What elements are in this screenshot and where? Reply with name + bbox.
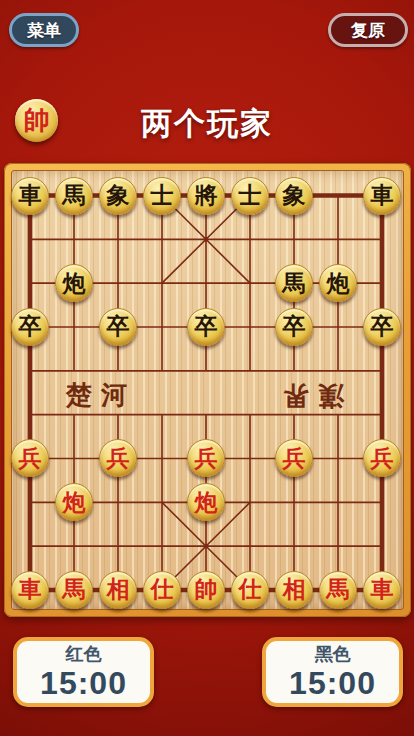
piece-black-chariot[interactable]: 車: [363, 177, 401, 215]
piece-black-elephant[interactable]: 象: [99, 177, 137, 215]
red-timer-panel: 红色 15:00: [13, 637, 154, 707]
menu-button[interactable]: 菜单: [9, 13, 79, 47]
red-timer-label: 红色: [66, 645, 102, 665]
page-title: 两个玩家: [0, 103, 414, 145]
piece-black-horse[interactable]: 馬: [55, 177, 93, 215]
black-timer-panel: 黑色 15:00: [262, 637, 403, 707]
xiangqi-board: 楚河 漢界 車馬象士將士象車炮馬炮卒卒卒卒卒兵兵兵兵兵炮炮車馬相仕帥仕相馬車: [4, 163, 411, 617]
red-timer-value: 15:00: [40, 667, 127, 699]
piece-black-advisor[interactable]: 士: [231, 177, 269, 215]
black-timer-value: 15:00: [289, 667, 376, 699]
piece-black-soldier[interactable]: 卒: [187, 308, 225, 346]
river-label-left: 楚河: [66, 378, 136, 413]
piece-red-horse[interactable]: 馬: [319, 571, 357, 609]
piece-red-advisor[interactable]: 仕: [231, 571, 269, 609]
piece-red-horse[interactable]: 馬: [55, 571, 93, 609]
piece-black-cannon[interactable]: 炮: [55, 264, 93, 302]
piece-red-chariot[interactable]: 車: [11, 571, 49, 609]
piece-red-general[interactable]: 帥: [187, 571, 225, 609]
piece-black-soldier[interactable]: 卒: [363, 308, 401, 346]
piece-black-soldier[interactable]: 卒: [99, 308, 137, 346]
piece-black-chariot[interactable]: 車: [11, 177, 49, 215]
black-timer-label: 黑色: [315, 645, 351, 665]
piece-black-advisor[interactable]: 士: [143, 177, 181, 215]
app-screen: 菜单 复原 帥 两个玩家 楚河 漢界 車馬象士將士象車炮馬炮卒卒卒卒卒兵兵兵兵兵…: [0, 0, 414, 736]
piece-black-elephant[interactable]: 象: [275, 177, 313, 215]
piece-black-horse[interactable]: 馬: [275, 264, 313, 302]
piece-red-elephant[interactable]: 相: [275, 571, 313, 609]
reset-button[interactable]: 复原: [328, 13, 408, 47]
piece-black-soldier[interactable]: 卒: [275, 308, 313, 346]
piece-black-cannon[interactable]: 炮: [319, 264, 357, 302]
piece-red-elephant[interactable]: 相: [99, 571, 137, 609]
piece-red-chariot[interactable]: 車: [363, 571, 401, 609]
river-label-right: 漢界: [274, 378, 344, 413]
piece-black-soldier[interactable]: 卒: [11, 308, 49, 346]
piece-red-advisor[interactable]: 仕: [143, 571, 181, 609]
piece-black-general[interactable]: 將: [187, 177, 225, 215]
